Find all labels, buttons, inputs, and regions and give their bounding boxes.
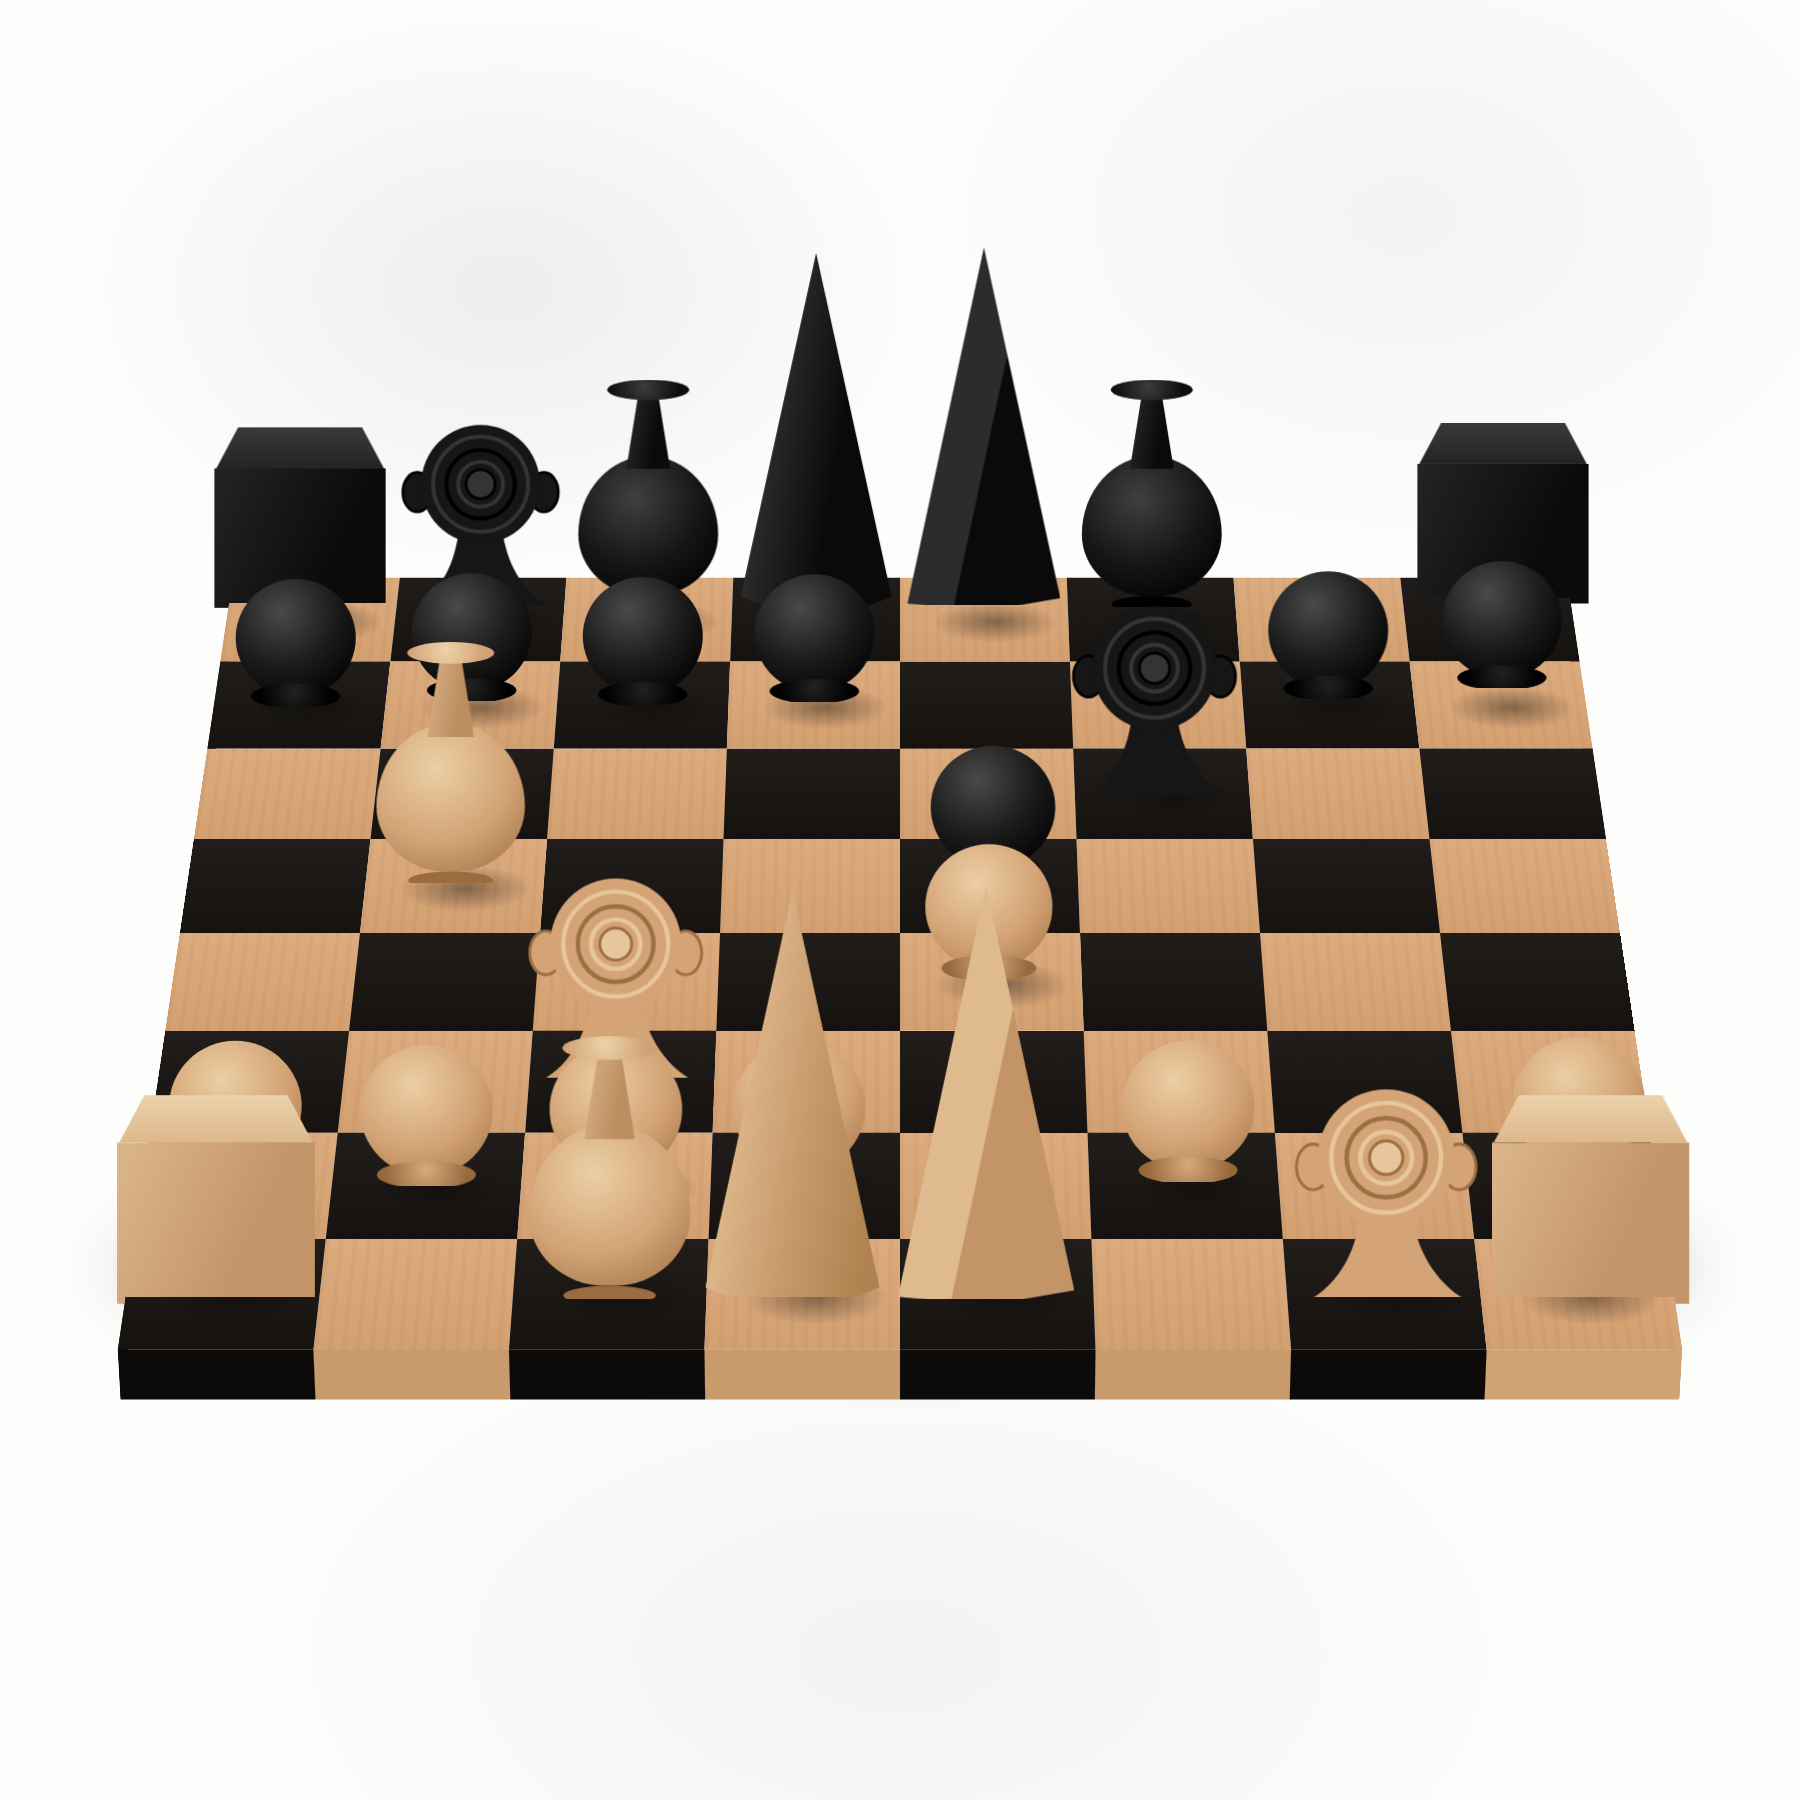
flask-cap <box>607 380 689 401</box>
square-a1[interactable] <box>118 1239 326 1350</box>
square-g1[interactable] <box>1283 1239 1487 1350</box>
piece-black-pawn-c7[interactable] <box>578 562 708 711</box>
piece-black-pawn-a7[interactable] <box>231 564 361 713</box>
flask-foot <box>408 872 493 890</box>
square-d6[interactable] <box>724 749 900 839</box>
piece-black-pawn-g7[interactable] <box>1263 556 1392 704</box>
square-h4[interactable] <box>1440 933 1635 1031</box>
piece-black-pawn-d7[interactable] <box>750 559 879 708</box>
sphere-base <box>598 682 688 707</box>
piece-black-knight-f6[interactable] <box>1058 588 1250 800</box>
square-b4[interactable] <box>349 933 540 1031</box>
flask-neck <box>1126 391 1178 469</box>
sphere-ball <box>1268 571 1388 689</box>
sphere-ball <box>583 577 703 695</box>
square-d7[interactable] <box>727 662 900 749</box>
square-a6[interactable] <box>194 749 381 839</box>
cube-top-face <box>119 1095 313 1142</box>
square-h7[interactable] <box>1410 662 1593 749</box>
square-b2[interactable] <box>326 1133 525 1239</box>
flask-cap <box>562 1036 657 1060</box>
cube-front-face <box>117 1143 315 1304</box>
square-f6[interactable] <box>1073 749 1253 839</box>
square-a4[interactable] <box>165 933 360 1031</box>
flask-neck <box>622 391 674 469</box>
square-c7[interactable] <box>554 662 730 749</box>
cube-top-face <box>216 427 384 468</box>
square-c1[interactable] <box>509 1239 709 1350</box>
flask-bulb <box>1082 456 1222 596</box>
sphere-ball <box>754 574 874 692</box>
square-h5[interactable] <box>1429 839 1620 933</box>
sphere-base <box>770 679 859 704</box>
flask-bulb <box>529 1124 690 1285</box>
sphere-base <box>1457 665 1546 690</box>
flask-bulb <box>376 723 524 871</box>
cone-body <box>734 253 898 611</box>
square-b1[interactable] <box>313 1239 517 1350</box>
piece-black-queen-d8[interactable] <box>734 253 898 611</box>
piece-shadow <box>925 599 1066 646</box>
square-f4[interactable] <box>1080 933 1267 1031</box>
piece-white-rook-a1[interactable] <box>117 1095 315 1304</box>
square-e8[interactable] <box>900 578 1070 662</box>
piece-white-bishop-b5[interactable] <box>373 642 527 889</box>
piece-shadow <box>1438 683 1587 731</box>
square-h1[interactable] <box>1474 1239 1682 1350</box>
square-g6[interactable] <box>1246 749 1429 839</box>
square-g5[interactable] <box>1253 839 1440 933</box>
piece-white-queen-d1[interactable] <box>698 891 887 1304</box>
square-f1[interactable] <box>1091 1239 1291 1350</box>
square-f5[interactable] <box>1076 839 1260 933</box>
piece-black-king-e8[interactable] <box>907 247 1060 611</box>
square-g7[interactable] <box>1240 662 1420 749</box>
scene <box>0 0 1800 1800</box>
cube-top-face <box>1419 423 1587 464</box>
sphere-base <box>1283 676 1372 701</box>
cube-top-face <box>1494 1095 1688 1142</box>
square-g4[interactable] <box>1260 933 1451 1031</box>
sphere-ball <box>1442 561 1562 679</box>
sphere-base <box>251 684 341 709</box>
pyramid-body <box>898 886 1074 1306</box>
square-d1[interactable] <box>704 1239 900 1350</box>
square-e1[interactable] <box>900 1239 1096 1350</box>
flask-neck <box>579 1049 639 1139</box>
piece-white-rook-h1[interactable] <box>1492 1095 1690 1304</box>
flask-cap <box>1111 380 1193 401</box>
cone-body <box>698 891 887 1304</box>
board-squares-grid <box>118 578 1682 1350</box>
sphere-base <box>1139 1156 1238 1183</box>
piece-black-pawn-h7[interactable] <box>1437 546 1566 694</box>
flask-foot <box>563 1286 656 1305</box>
board-front-edge <box>118 1350 1682 1400</box>
flask-cap <box>407 642 494 664</box>
sphere-ball <box>236 579 356 697</box>
piece-white-king-e1[interactable] <box>898 886 1074 1306</box>
piece-black-bishop-f8[interactable] <box>1079 380 1224 613</box>
pyramid-body <box>907 247 1060 611</box>
piece-white-pawn-b2[interactable] <box>355 1029 498 1193</box>
square-h6[interactable] <box>1419 749 1606 839</box>
piece-white-pawn-f2[interactable] <box>1117 1024 1260 1188</box>
square-a7[interactable] <box>208 662 391 749</box>
square-c6[interactable] <box>547 749 727 839</box>
sphere-ball <box>1122 1041 1254 1171</box>
chessboard <box>118 578 1682 1350</box>
piece-white-bishop-c1[interactable] <box>526 1036 694 1305</box>
square-a5[interactable] <box>180 839 371 933</box>
sphere-base <box>377 1161 476 1188</box>
photo-background <box>0 0 1800 1800</box>
flask-neck <box>423 654 478 737</box>
square-f2[interactable] <box>1087 1133 1282 1239</box>
piece-white-knight-g1[interactable] <box>1280 1069 1493 1303</box>
cube-front-face <box>1492 1143 1690 1304</box>
sphere-ball <box>360 1045 493 1176</box>
